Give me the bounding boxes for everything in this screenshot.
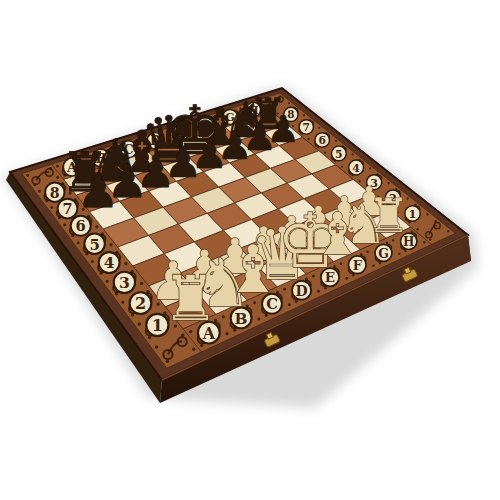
ornament-dot [265, 314, 268, 317]
rank-label-left-2: 2 [135, 294, 146, 313]
chess-board: AA11BB22CC33DD44EE55FF66GG77HH88♜♞♝♛♚♝♞♜… [0, 0, 500, 500]
ornament-dot [131, 270, 134, 273]
ornament-dot [345, 277, 348, 280]
ornament-dot [115, 292, 118, 295]
ornament-dot [387, 182, 389, 184]
rank-label-left-6: 6 [76, 217, 86, 234]
ornament-dot [318, 127, 320, 129]
rank-label-right-6: 6 [319, 134, 326, 147]
ornament-dot [416, 228, 418, 230]
ornament-dot [352, 274, 355, 277]
ornament-dot [426, 213, 428, 215]
ornament-dot [335, 140, 337, 142]
rank-label-left-4: 4 [104, 254, 115, 272]
ornament-dot [121, 300, 124, 303]
ornament-dot [109, 243, 112, 246]
ornament-dot [49, 167, 52, 170]
ornament-dot [295, 300, 298, 303]
rank-label-left-1: 1 [152, 316, 163, 335]
ornament-dot [155, 345, 158, 348]
ornament-dot [71, 234, 74, 237]
ornament-dot [124, 262, 127, 265]
ornament-dot [85, 252, 88, 255]
rank-label-left-8: 8 [50, 185, 60, 201]
ornament-dot [257, 317, 260, 320]
ornament-dot [352, 153, 354, 155]
ornament-dot [429, 238, 431, 240]
white-rook-h1[interactable]: ♜ [367, 188, 409, 243]
ornament-dot [308, 138, 310, 140]
ornament-dot [317, 290, 320, 293]
ornament-dot [91, 260, 94, 263]
ornament-dot [77, 241, 80, 244]
ornament-dot [324, 287, 327, 290]
black-pawn-h7[interactable]: ♟ [267, 108, 300, 151]
rank-label-left-3: 3 [119, 273, 130, 292]
ornament-dot [379, 262, 382, 265]
ornament-dot [166, 360, 169, 363]
ornament-dot [131, 313, 134, 316]
ornament-dot [303, 114, 305, 116]
ornament-dot [447, 230, 449, 232]
ornament-dot [50, 206, 53, 209]
rank-label-right-1: 1 [409, 207, 417, 221]
rank-label-right-4: 4 [352, 162, 360, 175]
ornament-dot [435, 220, 437, 222]
ornament-dot [200, 344, 203, 347]
ornament-dot [138, 322, 141, 325]
ornament-dot [106, 280, 109, 283]
ornament-dot [341, 166, 343, 168]
ornament-dot [233, 329, 236, 332]
ornament-dot [324, 151, 326, 153]
ornament-dot [225, 332, 228, 335]
ornament-dot [33, 183, 36, 186]
rank-label-right-7: 7 [303, 121, 310, 133]
ornament-dot [56, 165, 59, 168]
ornament-dot [95, 225, 98, 228]
ornament-dot [423, 241, 425, 243]
ornament-dot [404, 250, 406, 252]
ornament-dot [140, 282, 143, 285]
ornament-dot [369, 167, 371, 169]
ornament-dot [288, 102, 290, 104]
ornament-dot [63, 223, 66, 226]
ornament-dot [192, 347, 195, 350]
ornament-dot [372, 264, 375, 267]
ornament-dot [288, 303, 291, 306]
rank-label-left-5: 5 [89, 236, 99, 254]
ornament-dot [38, 190, 41, 193]
ornament-dot [100, 272, 103, 275]
ornament-dot [398, 253, 401, 256]
rank-label-right-5: 5 [335, 148, 343, 161]
ornament-dot [26, 174, 29, 177]
ornament-dot [148, 336, 151, 339]
product-photo: AA11BB22CC33DD44EE55FF66GG77HH88♜♞♝♛♚♝♞♜… [0, 0, 500, 500]
ornament-dot [56, 176, 59, 179]
